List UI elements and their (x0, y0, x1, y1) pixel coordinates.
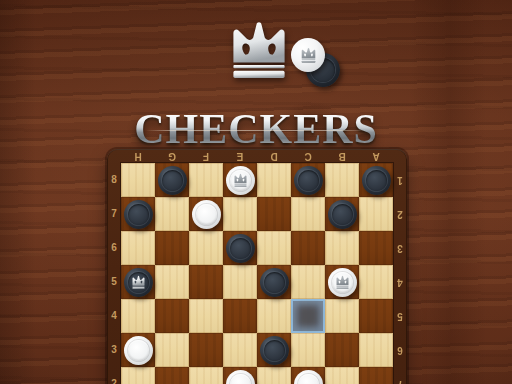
square-G7[interactable] (155, 197, 189, 231)
rank-label-left-4: 4 (107, 299, 121, 333)
square-C3[interactable] (291, 333, 325, 367)
square-A2[interactable] (359, 367, 393, 384)
square-D6[interactable] (257, 231, 291, 265)
rank-label-left-7: 7 (107, 197, 121, 231)
rank-labels-left: 87654321 (107, 163, 121, 384)
rank-label-right-6: 6 (393, 333, 407, 367)
square-B7[interactable] (325, 197, 359, 231)
square-G8[interactable] (155, 163, 189, 197)
file-label-A: A (359, 149, 393, 163)
square-E2[interactable] (223, 367, 257, 384)
square-A6[interactable] (359, 231, 393, 265)
square-F3[interactable] (189, 333, 223, 367)
piece-white-man[interactable] (124, 336, 153, 365)
king-crown-icon (232, 173, 249, 188)
file-label-C: C (291, 149, 325, 163)
rank-label-right-1: 1 (393, 163, 407, 197)
file-label-F: F (189, 149, 223, 163)
square-E4[interactable] (223, 299, 257, 333)
square-F6[interactable] (189, 231, 223, 265)
square-C6[interactable] (291, 231, 325, 265)
crown-logo-icon (221, 19, 297, 83)
rank-label-right-5: 5 (393, 299, 407, 333)
piece-white-man[interactable] (294, 370, 323, 384)
square-B2[interactable] (325, 367, 359, 384)
square-C2[interactable] (291, 367, 325, 384)
square-F5[interactable] (189, 265, 223, 299)
file-label-G: G (155, 149, 189, 163)
file-label-E: E (223, 149, 257, 163)
square-C5[interactable] (291, 265, 325, 299)
board-grid (121, 163, 393, 384)
file-labels-top: HGFEDCBA (121, 149, 393, 163)
square-H6[interactable] (121, 231, 155, 265)
piece-white-king[interactable] (226, 166, 255, 195)
title-divider (146, 130, 368, 131)
square-H8[interactable] (121, 163, 155, 197)
square-A3[interactable] (359, 333, 393, 367)
square-H2[interactable] (121, 367, 155, 384)
logo-white-king-checker (291, 38, 325, 72)
square-F2[interactable] (189, 367, 223, 384)
rank-label-right-3: 3 (393, 231, 407, 265)
square-G6[interactable] (155, 231, 189, 265)
rank-label-right-4: 4 (393, 265, 407, 299)
rank-label-right-7: 7 (393, 367, 407, 384)
square-G3[interactable] (155, 333, 189, 367)
square-B8[interactable] (325, 163, 359, 197)
square-B3[interactable] (325, 333, 359, 367)
move-hint-ghost (297, 305, 319, 327)
square-B6[interactable] (325, 231, 359, 265)
rank-label-left-6: 6 (107, 231, 121, 265)
square-H7[interactable] (121, 197, 155, 231)
piece-black-man[interactable] (226, 234, 255, 263)
piece-black-man[interactable] (158, 166, 187, 195)
square-D7[interactable] (257, 197, 291, 231)
square-A7[interactable] (359, 197, 393, 231)
square-D5[interactable] (257, 265, 291, 299)
square-F7[interactable] (189, 197, 223, 231)
game-screen: CHECKERS HGFEDCBA 87654321 12345678 (0, 0, 512, 384)
piece-white-man[interactable] (192, 200, 221, 229)
square-B5[interactable] (325, 265, 359, 299)
square-A4[interactable] (359, 299, 393, 333)
square-E3[interactable] (223, 333, 257, 367)
rank-label-left-5: 5 (107, 265, 121, 299)
rank-label-right-2: 2 (393, 197, 407, 231)
piece-black-man[interactable] (294, 166, 323, 195)
square-C7[interactable] (291, 197, 325, 231)
piece-white-man[interactable] (226, 370, 255, 384)
piece-black-man[interactable] (124, 200, 153, 229)
rank-label-left-2: 2 (107, 367, 121, 384)
square-H4[interactable] (121, 299, 155, 333)
square-G5[interactable] (155, 265, 189, 299)
badge-crown-icon (299, 47, 318, 64)
square-E7[interactable] (223, 197, 257, 231)
square-E5[interactable] (223, 265, 257, 299)
piece-black-man[interactable] (260, 336, 289, 365)
piece-black-man[interactable] (362, 166, 391, 195)
checkers-board: HGFEDCBA 87654321 12345678 (107, 149, 407, 384)
square-G4[interactable] (155, 299, 189, 333)
rank-label-left-8: 8 (107, 163, 121, 197)
piece-black-man[interactable] (260, 268, 289, 297)
square-H3[interactable] (121, 333, 155, 367)
king-crown-icon (334, 275, 351, 290)
file-label-B: B (325, 149, 359, 163)
square-C4[interactable] (291, 299, 325, 333)
square-F4[interactable] (189, 299, 223, 333)
square-F8[interactable] (189, 163, 223, 197)
square-C8[interactable] (291, 163, 325, 197)
square-E6[interactable] (223, 231, 257, 265)
rank-label-left-3: 3 (107, 333, 121, 367)
square-E8[interactable] (223, 163, 257, 197)
square-D8[interactable] (257, 163, 291, 197)
file-label-H: H (121, 149, 155, 163)
square-A8[interactable] (359, 163, 393, 197)
square-D4[interactable] (257, 299, 291, 333)
piece-black-man[interactable] (328, 200, 357, 229)
square-B4[interactable] (325, 299, 359, 333)
rank-labels-right: 12345678 (393, 163, 407, 384)
piece-white-king[interactable] (328, 268, 357, 297)
square-D2[interactable] (257, 367, 291, 384)
square-A5[interactable] (359, 265, 393, 299)
square-D3[interactable] (257, 333, 291, 367)
file-label-D: D (257, 149, 291, 163)
king-crown-icon (130, 275, 147, 290)
square-H5[interactable] (121, 265, 155, 299)
piece-black-king[interactable] (124, 268, 153, 297)
square-G2[interactable] (155, 367, 189, 384)
